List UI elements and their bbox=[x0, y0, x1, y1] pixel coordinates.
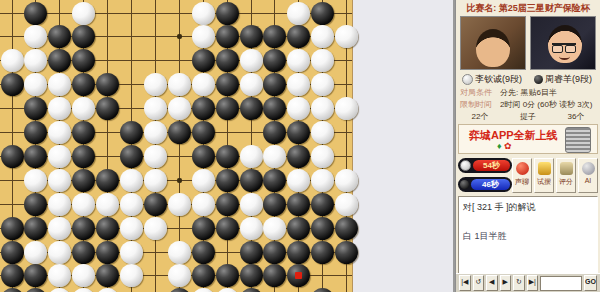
captures-row: 22个 提子 36个 bbox=[456, 111, 600, 123]
first-move-button[interactable]: |◀ bbox=[459, 275, 471, 291]
white-stone bbox=[72, 97, 95, 120]
white-stone bbox=[311, 49, 334, 72]
black-stone bbox=[192, 145, 215, 168]
back-one-button[interactable]: ◀ bbox=[486, 275, 498, 291]
white-stone bbox=[216, 288, 239, 292]
black-stone bbox=[287, 217, 310, 240]
black-stone bbox=[263, 241, 286, 264]
voice-icon bbox=[516, 162, 529, 175]
black-clock: 46秒 bbox=[458, 177, 512, 192]
black-stone bbox=[216, 2, 239, 25]
black-stone bbox=[216, 169, 239, 192]
star-point bbox=[177, 34, 182, 39]
black-stone bbox=[1, 145, 24, 168]
white-stone-icon bbox=[462, 74, 473, 85]
white-stone bbox=[287, 2, 310, 25]
white-stone bbox=[287, 73, 310, 96]
game-conditions-row: 对局条件 分先: 黑贴6目半 bbox=[456, 87, 600, 99]
black-stone bbox=[335, 241, 358, 264]
white-time-bar: 54秒 bbox=[473, 160, 510, 171]
white-player-name: 李钦诚(9段) bbox=[475, 73, 522, 86]
white-captures: 22个 bbox=[456, 111, 504, 123]
black-stone bbox=[96, 241, 119, 264]
smile-icon bbox=[559, 53, 570, 60]
white-stone bbox=[144, 169, 167, 192]
ai-analysis-button[interactable]: AI bbox=[578, 158, 598, 193]
white-stone bbox=[144, 97, 167, 120]
black-stone bbox=[72, 49, 95, 72]
white-stone bbox=[48, 121, 71, 144]
commentary-header: 对[ 321 手 ]的解说 bbox=[463, 201, 593, 214]
white-stone bbox=[311, 145, 334, 168]
black-stone bbox=[96, 73, 119, 96]
white-stone bbox=[311, 73, 334, 96]
black-stone bbox=[240, 169, 263, 192]
white-stone bbox=[24, 49, 47, 72]
black-stone bbox=[168, 288, 191, 292]
conditions-label: 对局条件 bbox=[456, 87, 500, 99]
white-stone bbox=[168, 193, 191, 216]
game-info-panel: 比赛名: 第25届三星财产保险杯 李钦诚(9段) 周睿羊(9段) bbox=[455, 0, 600, 292]
white-player-photo bbox=[460, 16, 526, 70]
black-stone bbox=[96, 217, 119, 240]
black-stone bbox=[216, 49, 239, 72]
white-stone bbox=[263, 217, 286, 240]
white-player-name-cell: 李钦诚(9段) bbox=[456, 73, 528, 86]
score-estimate-label: 评分 bbox=[559, 177, 573, 187]
time-limit-value: 2时间 0分 (60秒 读秒 3次) bbox=[500, 99, 600, 111]
white-stone bbox=[48, 288, 71, 292]
white-stone bbox=[120, 264, 143, 287]
white-stone bbox=[335, 97, 358, 120]
black-stone bbox=[1, 241, 24, 264]
black-stone bbox=[263, 25, 286, 48]
game-result-text: 白 1目半胜 bbox=[463, 230, 593, 243]
black-stone bbox=[335, 217, 358, 240]
black-stone bbox=[216, 217, 239, 240]
black-stone bbox=[216, 25, 239, 48]
black-stone-icon bbox=[534, 75, 543, 84]
black-stone bbox=[216, 264, 239, 287]
black-stone bbox=[24, 97, 47, 120]
black-stone bbox=[1, 73, 24, 96]
white-stone bbox=[120, 241, 143, 264]
move-number-input[interactable] bbox=[540, 276, 582, 291]
white-stone bbox=[144, 145, 167, 168]
white-stone bbox=[287, 49, 310, 72]
time-limit-label: 限制时间 bbox=[456, 99, 500, 111]
white-player-face bbox=[476, 29, 510, 67]
black-stone bbox=[311, 241, 334, 264]
white-stone bbox=[192, 2, 215, 25]
white-stone bbox=[48, 73, 71, 96]
black-stone-icon bbox=[460, 180, 469, 189]
match-title: 比赛名: 第25届三星财产保险杯 bbox=[456, 0, 600, 16]
white-stone bbox=[192, 193, 215, 216]
black-stone bbox=[48, 25, 71, 48]
black-stone bbox=[216, 97, 239, 120]
white-stone bbox=[311, 121, 334, 144]
forward-one-button[interactable]: ▶ bbox=[500, 275, 512, 291]
red-flower-icon: ✿ bbox=[504, 141, 512, 151]
black-stone bbox=[24, 145, 47, 168]
player-names-row: 李钦诚(9段) 周睿羊(9段) bbox=[456, 72, 600, 87]
white-stone bbox=[72, 193, 95, 216]
white-stone bbox=[192, 25, 215, 48]
black-stone bbox=[72, 25, 95, 48]
black-stone bbox=[1, 288, 24, 292]
black-stone bbox=[311, 2, 334, 25]
white-stone bbox=[96, 193, 119, 216]
black-stone bbox=[1, 217, 24, 240]
black-stone bbox=[263, 73, 286, 96]
black-stone bbox=[263, 264, 286, 287]
white-stone bbox=[72, 288, 95, 292]
white-stone bbox=[48, 97, 71, 120]
white-stone bbox=[168, 97, 191, 120]
white-stone bbox=[48, 264, 71, 287]
white-stone bbox=[120, 217, 143, 240]
trial-play-label: 试摆 bbox=[537, 177, 551, 187]
white-stone bbox=[48, 217, 71, 240]
captures-label: 提子 bbox=[504, 111, 552, 123]
white-stone bbox=[24, 73, 47, 96]
white-stone bbox=[168, 73, 191, 96]
white-stone bbox=[311, 97, 334, 120]
black-stone bbox=[192, 217, 215, 240]
black-stone bbox=[96, 169, 119, 192]
black-stone bbox=[1, 264, 24, 287]
white-stone bbox=[144, 121, 167, 144]
black-stone bbox=[287, 121, 310, 144]
white-stone bbox=[287, 97, 310, 120]
go-board[interactable] bbox=[0, 0, 353, 292]
black-stone bbox=[287, 193, 310, 216]
go-button[interactable]: GO bbox=[584, 275, 597, 291]
white-stone bbox=[48, 169, 71, 192]
ai-analysis-label: AI bbox=[585, 177, 592, 184]
black-stone bbox=[240, 97, 263, 120]
black-stone bbox=[287, 25, 310, 48]
white-stone bbox=[240, 217, 263, 240]
black-stone bbox=[144, 193, 167, 216]
black-stone bbox=[168, 121, 191, 144]
player-photos bbox=[456, 16, 600, 72]
black-stone bbox=[24, 193, 47, 216]
black-stone bbox=[24, 2, 47, 25]
black-stone bbox=[311, 217, 334, 240]
white-stone bbox=[240, 49, 263, 72]
black-stone bbox=[96, 264, 119, 287]
black-stone bbox=[287, 241, 310, 264]
black-stone bbox=[216, 73, 239, 96]
black-stone bbox=[192, 49, 215, 72]
controls-row: 54秒 46秒 声聊 试摆 评分 bbox=[458, 156, 598, 194]
score-estimate-button[interactable]: 评分 bbox=[556, 158, 576, 193]
black-player-name: 周睿羊(9段) bbox=[545, 73, 592, 86]
voice-chat-label: 声聊 bbox=[515, 177, 529, 187]
white-stone bbox=[240, 73, 263, 96]
board-window bbox=[0, 0, 455, 292]
black-stone bbox=[240, 288, 263, 292]
white-stone bbox=[192, 288, 215, 292]
black-player-face bbox=[548, 25, 582, 63]
black-stone bbox=[72, 121, 95, 144]
white-stone bbox=[144, 217, 167, 240]
white-stone bbox=[192, 73, 215, 96]
black-stone bbox=[72, 241, 95, 264]
forward-fast-button[interactable]: ↻ bbox=[513, 275, 525, 291]
white-stone bbox=[48, 241, 71, 264]
white-stone bbox=[240, 193, 263, 216]
white-stone bbox=[192, 169, 215, 192]
black-stone bbox=[192, 121, 215, 144]
trial-icon bbox=[538, 162, 551, 175]
trial-play-button[interactable]: 试摆 bbox=[534, 158, 554, 193]
white-stone bbox=[24, 169, 47, 192]
black-stone bbox=[240, 264, 263, 287]
last-move-marker bbox=[295, 272, 302, 279]
app-promo-banner[interactable]: 弈城APP全新上线 ♦ ✿ bbox=[458, 124, 598, 154]
black-stone bbox=[24, 121, 47, 144]
black-stone bbox=[311, 288, 334, 292]
white-stone bbox=[120, 169, 143, 192]
black-stone bbox=[192, 264, 215, 287]
black-captures: 36个 bbox=[552, 111, 600, 123]
white-stone bbox=[287, 169, 310, 192]
phone-qr-icon bbox=[565, 127, 591, 153]
white-stone bbox=[120, 193, 143, 216]
black-stone bbox=[263, 193, 286, 216]
black-stone bbox=[24, 288, 47, 292]
black-stone bbox=[311, 193, 334, 216]
black-stone bbox=[192, 241, 215, 264]
commentary-box: 对[ 321 手 ]的解说 白 1目半胜 bbox=[458, 196, 598, 274]
black-stone bbox=[24, 217, 47, 240]
white-stone bbox=[335, 169, 358, 192]
white-stone bbox=[335, 25, 358, 48]
white-stone bbox=[240, 145, 263, 168]
black-stone bbox=[263, 97, 286, 120]
black-stone bbox=[263, 121, 286, 144]
black-stone bbox=[120, 145, 143, 168]
black-stone bbox=[192, 97, 215, 120]
white-stone bbox=[311, 169, 334, 192]
black-stone bbox=[96, 97, 119, 120]
ai-icon bbox=[582, 162, 595, 175]
score-icon bbox=[560, 162, 573, 175]
black-stone bbox=[240, 241, 263, 264]
white-stone bbox=[144, 73, 167, 96]
voice-chat-button[interactable]: 声聊 bbox=[512, 158, 532, 193]
side-buttons: 声聊 试摆 评分 AI bbox=[512, 156, 598, 194]
last-move-button[interactable]: ▶| bbox=[527, 275, 539, 291]
black-stone bbox=[72, 217, 95, 240]
black-stone bbox=[240, 25, 263, 48]
white-stone bbox=[311, 25, 334, 48]
kifu-toolbar: |◀ ↺ ◀ ▶ ↻ ▶| GO bbox=[456, 273, 600, 292]
black-player-photo bbox=[530, 16, 596, 70]
white-stone bbox=[24, 25, 47, 48]
white-stone bbox=[72, 2, 95, 25]
banner-text: 弈城APP全新上线 bbox=[469, 128, 558, 143]
time-limit-row: 限制时间 2时间 0分 (60秒 读秒 3次) bbox=[456, 99, 600, 111]
black-stone bbox=[263, 49, 286, 72]
black-stone bbox=[24, 264, 47, 287]
black-stone bbox=[72, 73, 95, 96]
black-stone bbox=[72, 169, 95, 192]
white-stone bbox=[48, 193, 71, 216]
white-stone bbox=[168, 264, 191, 287]
white-stone bbox=[72, 264, 95, 287]
white-clock: 54秒 bbox=[458, 158, 512, 173]
black-stone bbox=[287, 145, 310, 168]
conditions-value: 分先: 黑贴6目半 bbox=[500, 87, 600, 99]
black-stone bbox=[216, 193, 239, 216]
banner-icons: ♦ ✿ bbox=[497, 141, 512, 151]
white-stone bbox=[1, 49, 24, 72]
glasses-icon bbox=[552, 43, 576, 52]
black-stone bbox=[72, 145, 95, 168]
white-stone bbox=[48, 145, 71, 168]
white-stone bbox=[96, 288, 119, 292]
black-stone bbox=[48, 49, 71, 72]
white-stone bbox=[24, 241, 47, 264]
white-stone bbox=[168, 241, 191, 264]
black-player-name-cell: 周睿羊(9段) bbox=[528, 73, 600, 86]
black-stone bbox=[120, 121, 143, 144]
back-fast-button[interactable]: ↺ bbox=[473, 275, 485, 291]
app-window: 比赛名: 第25届三星财产保险杯 李钦诚(9段) 周睿羊(9段) bbox=[0, 0, 600, 292]
white-stone bbox=[263, 145, 286, 168]
green-plant-icon: ♦ bbox=[497, 141, 502, 151]
black-stone bbox=[216, 145, 239, 168]
star-point bbox=[177, 178, 182, 183]
clocks: 54秒 46秒 bbox=[458, 156, 512, 194]
white-stone-icon bbox=[460, 160, 471, 171]
black-stone bbox=[263, 169, 286, 192]
black-time-bar: 46秒 bbox=[471, 179, 510, 190]
white-stone bbox=[335, 193, 358, 216]
